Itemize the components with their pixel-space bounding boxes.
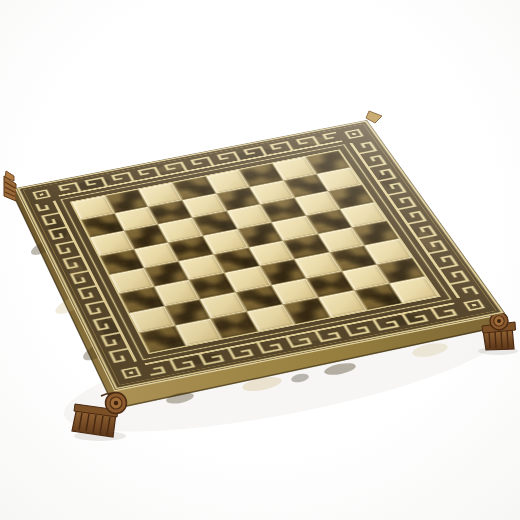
product-photo [0, 0, 520, 520]
rear-left-foot [4, 171, 16, 201]
